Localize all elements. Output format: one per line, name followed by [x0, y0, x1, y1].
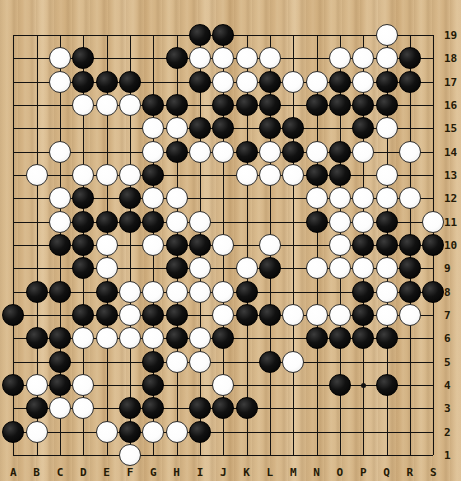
black-stone-O6[interactable] — [329, 327, 351, 349]
white-stone-J7[interactable] — [212, 304, 234, 326]
white-stone-R7[interactable] — [399, 304, 421, 326]
white-stone-B13[interactable] — [26, 164, 48, 186]
row-label-18: 18 — [444, 52, 457, 65]
column-label-C: C — [57, 466, 64, 479]
white-stone-G10[interactable] — [142, 234, 164, 256]
row-label-10: 10 — [444, 238, 457, 251]
star-point-P4 — [361, 383, 366, 388]
white-stone-K18[interactable] — [236, 47, 258, 69]
white-stone-N14[interactable] — [306, 141, 328, 163]
black-stone-A4[interactable] — [2, 374, 24, 396]
black-stone-N6[interactable] — [306, 327, 328, 349]
column-label-I: I — [197, 466, 204, 479]
black-stone-G13[interactable] — [142, 164, 164, 186]
white-stone-M7[interactable] — [282, 304, 304, 326]
black-stone-D10[interactable] — [72, 234, 94, 256]
black-stone-L15[interactable] — [259, 117, 281, 139]
row-label-15: 15 — [444, 122, 457, 135]
row-label-12: 12 — [444, 192, 457, 205]
white-stone-E9[interactable] — [96, 257, 118, 279]
white-stone-B4[interactable] — [26, 374, 48, 396]
black-stone-G11[interactable] — [142, 211, 164, 233]
black-stone-G4[interactable] — [142, 374, 164, 396]
row-label-7: 7 — [444, 308, 451, 321]
column-label-F: F — [127, 466, 134, 479]
black-stone-E7[interactable] — [96, 304, 118, 326]
white-stone-Q7[interactable] — [376, 304, 398, 326]
column-label-S: S — [430, 466, 437, 479]
black-stone-R10[interactable] — [399, 234, 421, 256]
row-label-1: 1 — [444, 448, 451, 461]
white-stone-C17[interactable] — [49, 71, 71, 93]
white-stone-J4[interactable] — [212, 374, 234, 396]
white-stone-F1[interactable] — [119, 444, 141, 466]
white-stone-P17[interactable] — [352, 71, 374, 93]
white-stone-R14[interactable] — [399, 141, 421, 163]
go-board[interactable]: ABCDEFGHIJKLMNOPQRS191817161514131211109… — [0, 0, 461, 481]
white-stone-S11[interactable] — [422, 211, 444, 233]
black-stone-D17[interactable] — [72, 71, 94, 93]
grid-line-horizontal — [13, 432, 433, 433]
white-stone-P18[interactable] — [352, 47, 374, 69]
white-stone-Q9[interactable] — [376, 257, 398, 279]
white-stone-I6[interactable] — [189, 327, 211, 349]
white-stone-Q19[interactable] — [376, 24, 398, 46]
white-stone-E2[interactable] — [96, 421, 118, 443]
black-stone-J16[interactable] — [212, 94, 234, 116]
black-stone-F11[interactable] — [119, 211, 141, 233]
black-stone-L17[interactable] — [259, 71, 281, 93]
black-stone-B6[interactable] — [26, 327, 48, 349]
black-stone-K8[interactable] — [236, 281, 258, 303]
black-stone-K14[interactable] — [236, 141, 258, 163]
column-label-L: L — [267, 466, 274, 479]
row-label-19: 19 — [444, 29, 457, 42]
white-stone-J10[interactable] — [212, 234, 234, 256]
black-stone-J6[interactable] — [212, 327, 234, 349]
black-stone-N16[interactable] — [306, 94, 328, 116]
white-stone-I11[interactable] — [189, 211, 211, 233]
white-stone-L10[interactable] — [259, 234, 281, 256]
white-stone-I5[interactable] — [189, 351, 211, 373]
black-stone-D11[interactable] — [72, 211, 94, 233]
white-stone-J17[interactable] — [212, 71, 234, 93]
black-stone-L16[interactable] — [259, 94, 281, 116]
row-label-13: 13 — [444, 168, 457, 181]
row-label-6: 6 — [444, 332, 451, 345]
white-stone-H2[interactable] — [166, 421, 188, 443]
black-stone-Q10[interactable] — [376, 234, 398, 256]
black-stone-Q11[interactable] — [376, 211, 398, 233]
black-stone-R17[interactable] — [399, 71, 421, 93]
black-stone-F17[interactable] — [119, 71, 141, 93]
black-stone-D12[interactable] — [72, 187, 94, 209]
black-stone-I10[interactable] — [189, 234, 211, 256]
white-stone-G15[interactable] — [142, 117, 164, 139]
white-stone-F6[interactable] — [119, 327, 141, 349]
column-label-O: O — [337, 466, 344, 479]
white-stone-C18[interactable] — [49, 47, 71, 69]
grid-line-vertical — [293, 35, 294, 455]
white-stone-Q15[interactable] — [376, 117, 398, 139]
white-stone-H12[interactable] — [166, 187, 188, 209]
white-stone-H11[interactable] — [166, 211, 188, 233]
black-stone-G16[interactable] — [142, 94, 164, 116]
black-stone-Q4[interactable] — [376, 374, 398, 396]
white-stone-O18[interactable] — [329, 47, 351, 69]
black-stone-D18[interactable] — [72, 47, 94, 69]
black-stone-C4[interactable] — [49, 374, 71, 396]
white-stone-D6[interactable] — [72, 327, 94, 349]
white-stone-K9[interactable] — [236, 257, 258, 279]
column-label-D: D — [80, 466, 87, 479]
column-label-J: J — [220, 466, 227, 479]
black-stone-G7[interactable] — [142, 304, 164, 326]
black-stone-N13[interactable] — [306, 164, 328, 186]
black-stone-P8[interactable] — [352, 281, 374, 303]
white-stone-E6[interactable] — [96, 327, 118, 349]
white-stone-F13[interactable] — [119, 164, 141, 186]
black-stone-F2[interactable] — [119, 421, 141, 443]
black-stone-G3[interactable] — [142, 397, 164, 419]
black-stone-Q16[interactable] — [376, 94, 398, 116]
white-stone-D13[interactable] — [72, 164, 94, 186]
white-stone-J8[interactable] — [212, 281, 234, 303]
black-stone-H14[interactable] — [166, 141, 188, 163]
black-stone-O17[interactable] — [329, 71, 351, 93]
black-stone-F12[interactable] — [119, 187, 141, 209]
row-label-11: 11 — [444, 215, 457, 228]
white-stone-J18[interactable] — [212, 47, 234, 69]
black-stone-H7[interactable] — [166, 304, 188, 326]
black-stone-B3[interactable] — [26, 397, 48, 419]
row-label-16: 16 — [444, 98, 457, 111]
black-stone-P16[interactable] — [352, 94, 374, 116]
row-label-2: 2 — [444, 425, 451, 438]
white-stone-N17[interactable] — [306, 71, 328, 93]
white-stone-E16[interactable] — [96, 94, 118, 116]
black-stone-I2[interactable] — [189, 421, 211, 443]
grid-line-horizontal — [13, 362, 433, 363]
black-stone-E8[interactable] — [96, 281, 118, 303]
black-stone-C5[interactable] — [49, 351, 71, 373]
black-stone-I3[interactable] — [189, 397, 211, 419]
column-label-A: A — [10, 466, 17, 479]
row-label-5: 5 — [444, 355, 451, 368]
column-label-E: E — [103, 466, 110, 479]
white-stone-M13[interactable] — [282, 164, 304, 186]
black-stone-G5[interactable] — [142, 351, 164, 373]
black-stone-L7[interactable] — [259, 304, 281, 326]
column-label-P: P — [360, 466, 367, 479]
black-stone-H6[interactable] — [166, 327, 188, 349]
black-stone-D9[interactable] — [72, 257, 94, 279]
white-stone-N12[interactable] — [306, 187, 328, 209]
white-stone-E10[interactable] — [96, 234, 118, 256]
black-stone-K16[interactable] — [236, 94, 258, 116]
row-label-9: 9 — [444, 262, 451, 275]
black-stone-N11[interactable] — [306, 211, 328, 233]
white-stone-K17[interactable] — [236, 71, 258, 93]
white-stone-L18[interactable] — [259, 47, 281, 69]
black-stone-K7[interactable] — [236, 304, 258, 326]
black-stone-M15[interactable] — [282, 117, 304, 139]
row-label-4: 4 — [444, 378, 451, 391]
white-stone-H8[interactable] — [166, 281, 188, 303]
row-label-17: 17 — [444, 75, 457, 88]
black-stone-O14[interactable] — [329, 141, 351, 163]
black-stone-O4[interactable] — [329, 374, 351, 396]
white-stone-G8[interactable] — [142, 281, 164, 303]
black-stone-C6[interactable] — [49, 327, 71, 349]
black-stone-R8[interactable] — [399, 281, 421, 303]
column-label-R: R — [407, 466, 414, 479]
black-stone-P6[interactable] — [352, 327, 374, 349]
black-stone-R9[interactable] — [399, 257, 421, 279]
column-label-H: H — [173, 466, 180, 479]
black-stone-R18[interactable] — [399, 47, 421, 69]
white-stone-C14[interactable] — [49, 141, 71, 163]
white-stone-I14[interactable] — [189, 141, 211, 163]
white-stone-G6[interactable] — [142, 327, 164, 349]
black-stone-A2[interactable] — [2, 421, 24, 443]
white-stone-B2[interactable] — [26, 421, 48, 443]
white-stone-P14[interactable] — [352, 141, 374, 163]
white-stone-P12[interactable] — [352, 187, 374, 209]
column-label-M: M — [290, 466, 297, 479]
white-stone-Q8[interactable] — [376, 281, 398, 303]
black-stone-H18[interactable] — [166, 47, 188, 69]
white-stone-O9[interactable] — [329, 257, 351, 279]
white-stone-L14[interactable] — [259, 141, 281, 163]
white-stone-C12[interactable] — [49, 187, 71, 209]
white-stone-H15[interactable] — [166, 117, 188, 139]
black-stone-Q6[interactable] — [376, 327, 398, 349]
white-stone-K13[interactable] — [236, 164, 258, 186]
black-stone-S10[interactable] — [422, 234, 444, 256]
black-stone-S8[interactable] — [422, 281, 444, 303]
column-label-G: G — [150, 466, 157, 479]
black-stone-I17[interactable] — [189, 71, 211, 93]
white-stone-O10[interactable] — [329, 234, 351, 256]
white-stone-H5[interactable] — [166, 351, 188, 373]
white-stone-R12[interactable] — [399, 187, 421, 209]
black-stone-L5[interactable] — [259, 351, 281, 373]
black-stone-L9[interactable] — [259, 257, 281, 279]
white-stone-Q12[interactable] — [376, 187, 398, 209]
white-stone-L13[interactable] — [259, 164, 281, 186]
white-stone-G2[interactable] — [142, 421, 164, 443]
black-stone-I19[interactable] — [189, 24, 211, 46]
black-stone-J3[interactable] — [212, 397, 234, 419]
white-stone-N7[interactable] — [306, 304, 328, 326]
white-stone-C11[interactable] — [49, 211, 71, 233]
white-stone-P11[interactable] — [352, 211, 374, 233]
white-stone-J14[interactable] — [212, 141, 234, 163]
row-label-8: 8 — [444, 285, 451, 298]
black-stone-I15[interactable] — [189, 117, 211, 139]
white-stone-N9[interactable] — [306, 257, 328, 279]
black-stone-E17[interactable] — [96, 71, 118, 93]
black-stone-C8[interactable] — [49, 281, 71, 303]
black-stone-E11[interactable] — [96, 211, 118, 233]
white-stone-O7[interactable] — [329, 304, 351, 326]
white-stone-I9[interactable] — [189, 257, 211, 279]
column-label-B: B — [33, 466, 40, 479]
black-stone-H16[interactable] — [166, 94, 188, 116]
black-stone-Q17[interactable] — [376, 71, 398, 93]
white-stone-C3[interactable] — [49, 397, 71, 419]
black-stone-A7[interactable] — [2, 304, 24, 326]
black-stone-F3[interactable] — [119, 397, 141, 419]
white-stone-I18[interactable] — [189, 47, 211, 69]
white-stone-O12[interactable] — [329, 187, 351, 209]
white-stone-O11[interactable] — [329, 211, 351, 233]
white-stone-Q18[interactable] — [376, 47, 398, 69]
column-label-Q: Q — [383, 466, 390, 479]
white-stone-F7[interactable] — [119, 304, 141, 326]
black-stone-H10[interactable] — [166, 234, 188, 256]
black-stone-J15[interactable] — [212, 117, 234, 139]
white-stone-P9[interactable] — [352, 257, 374, 279]
white-stone-I8[interactable] — [189, 281, 211, 303]
black-stone-O13[interactable] — [329, 164, 351, 186]
white-stone-F16[interactable] — [119, 94, 141, 116]
black-stone-B8[interactable] — [26, 281, 48, 303]
black-stone-O16[interactable] — [329, 94, 351, 116]
grid-line-horizontal — [13, 455, 433, 456]
row-label-14: 14 — [444, 145, 457, 158]
white-stone-Q13[interactable] — [376, 164, 398, 186]
white-stone-M5[interactable] — [282, 351, 304, 373]
white-stone-D4[interactable] — [72, 374, 94, 396]
black-stone-P7[interactable] — [352, 304, 374, 326]
column-label-K: K — [243, 466, 250, 479]
white-stone-M17[interactable] — [282, 71, 304, 93]
white-stone-G12[interactable] — [142, 187, 164, 209]
white-stone-F8[interactable] — [119, 281, 141, 303]
black-stone-D7[interactable] — [72, 304, 94, 326]
black-stone-K3[interactable] — [236, 397, 258, 419]
white-stone-E13[interactable] — [96, 164, 118, 186]
black-stone-P10[interactable] — [352, 234, 374, 256]
white-stone-G14[interactable] — [142, 141, 164, 163]
black-stone-P15[interactable] — [352, 117, 374, 139]
row-label-3: 3 — [444, 402, 451, 415]
column-label-N: N — [313, 466, 320, 479]
black-stone-M14[interactable] — [282, 141, 304, 163]
black-stone-C10[interactable] — [49, 234, 71, 256]
black-stone-J19[interactable] — [212, 24, 234, 46]
black-stone-H9[interactable] — [166, 257, 188, 279]
white-stone-D3[interactable] — [72, 397, 94, 419]
white-stone-D16[interactable] — [72, 94, 94, 116]
